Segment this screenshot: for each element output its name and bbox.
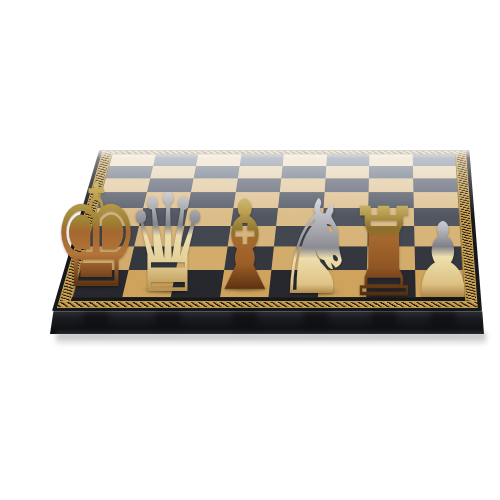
light-square	[283, 154, 327, 165]
dark-square	[153, 154, 198, 165]
dark-square	[412, 154, 456, 165]
pawn-glyph: ♟	[410, 209, 475, 313]
dark-square	[326, 154, 370, 165]
light-square	[196, 154, 241, 165]
piece-pawn: ♟	[396, 209, 489, 313]
chess-set-product-photo: ♚♛♝♞♜♟	[0, 0, 500, 500]
dark-square	[239, 154, 284, 165]
board-shadow	[56, 333, 486, 346]
light-square	[412, 166, 456, 179]
dark-square	[369, 166, 413, 179]
light-square	[369, 154, 412, 165]
